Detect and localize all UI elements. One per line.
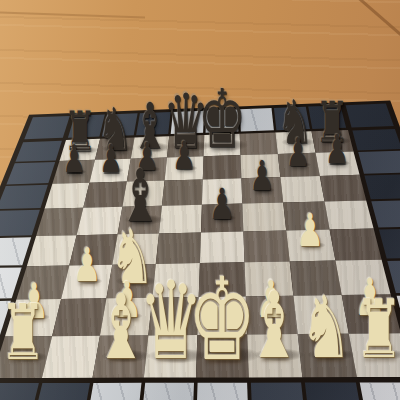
piece-black-pawn-f6[interactable]: ♟ bbox=[249, 156, 274, 197]
chess-board: ♜♞♚♛♝♞♜♟♟♟♟♟♟♟♝♟♟♞♟♟♟♟♟♜♞♝♚♛♝♜ bbox=[0, 0, 400, 400]
piece-white-rook-h1[interactable]: ♜ bbox=[355, 289, 400, 370]
piece-black-pawn-a7[interactable]: ♟ bbox=[63, 140, 86, 178]
piece-white-pawn-g4[interactable]: ♟ bbox=[296, 208, 324, 254]
piece-black-pawn-e5[interactable]: ♟ bbox=[209, 183, 235, 226]
piece-white-rook-a1[interactable]: ♜ bbox=[0, 294, 46, 371]
piece-white-queen-d1[interactable]: ♛ bbox=[139, 268, 204, 376]
chess-scene: ♜♞♚♛♝♞♜♟♟♟♟♟♟♟♝♟♟♞♟♟♟♟♟♜♞♝♚♛♝♜ bbox=[0, 0, 400, 400]
piece-black-pawn-h7[interactable]: ♟ bbox=[325, 131, 349, 171]
piece-black-pawn-d7[interactable]: ♟ bbox=[173, 136, 197, 175]
piece-white-bishop-c1[interactable]: ♝ bbox=[94, 283, 148, 372]
piece-black-pawn-g7[interactable]: ♟ bbox=[286, 132, 310, 172]
piece-white-knight-g1[interactable]: ♞ bbox=[300, 285, 352, 371]
